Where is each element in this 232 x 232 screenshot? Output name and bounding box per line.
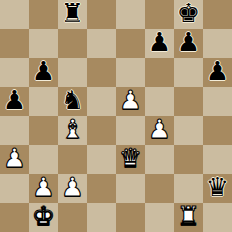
square-a3[interactable]: ♟ xyxy=(0,145,29,174)
square-d4[interactable] xyxy=(87,116,116,145)
square-e4[interactable] xyxy=(116,116,145,145)
piece-black-king-g8: ♚ xyxy=(177,0,200,28)
square-h8[interactable] xyxy=(203,0,232,29)
square-c4[interactable]: ♝ xyxy=(58,116,87,145)
square-c6[interactable] xyxy=(58,58,87,87)
piece-black-pawn-b6: ♟ xyxy=(32,57,55,86)
square-e2[interactable] xyxy=(116,174,145,203)
chess-board: ♜♚♟♟♟♟♟♞♟♝♟♟♛♟♟♛♚♜ xyxy=(0,0,232,232)
square-e5[interactable]: ♟ xyxy=(116,87,145,116)
square-f3[interactable] xyxy=(145,145,174,174)
piece-black-rook-c8: ♜ xyxy=(61,0,84,28)
square-a5[interactable]: ♟ xyxy=(0,87,29,116)
square-f2[interactable] xyxy=(145,174,174,203)
square-h5[interactable] xyxy=(203,87,232,116)
square-a6[interactable] xyxy=(0,58,29,87)
piece-white-rook-g1: ♜ xyxy=(177,202,200,231)
piece-white-pawn-b2: ♟ xyxy=(32,173,55,202)
square-g2[interactable] xyxy=(174,174,203,203)
square-b5[interactable] xyxy=(29,87,58,116)
square-e3[interactable]: ♛ xyxy=(116,145,145,174)
square-a1[interactable] xyxy=(0,203,29,232)
square-a8[interactable] xyxy=(0,0,29,29)
square-d5[interactable] xyxy=(87,87,116,116)
square-a7[interactable] xyxy=(0,29,29,58)
piece-black-pawn-g7: ♟ xyxy=(177,28,200,57)
square-b1[interactable]: ♚ xyxy=(29,203,58,232)
square-d3[interactable] xyxy=(87,145,116,174)
square-a4[interactable] xyxy=(0,116,29,145)
square-d2[interactable] xyxy=(87,174,116,203)
square-b6[interactable]: ♟ xyxy=(29,58,58,87)
square-c7[interactable] xyxy=(58,29,87,58)
square-h1[interactable] xyxy=(203,203,232,232)
square-h6[interactable]: ♟ xyxy=(203,58,232,87)
square-g8[interactable]: ♚ xyxy=(174,0,203,29)
square-d6[interactable] xyxy=(87,58,116,87)
square-b3[interactable] xyxy=(29,145,58,174)
square-h3[interactable] xyxy=(203,145,232,174)
piece-white-king-b1: ♚ xyxy=(32,202,55,231)
square-e7[interactable] xyxy=(116,29,145,58)
square-f6[interactable] xyxy=(145,58,174,87)
square-f1[interactable] xyxy=(145,203,174,232)
square-e1[interactable] xyxy=(116,203,145,232)
square-c3[interactable] xyxy=(58,145,87,174)
square-c8[interactable]: ♜ xyxy=(58,0,87,29)
square-c1[interactable] xyxy=(58,203,87,232)
piece-white-pawn-a3: ♟ xyxy=(3,144,26,173)
piece-black-queen-h2: ♛ xyxy=(206,173,229,202)
square-d7[interactable] xyxy=(87,29,116,58)
square-g1[interactable]: ♜ xyxy=(174,203,203,232)
square-h7[interactable] xyxy=(203,29,232,58)
piece-black-pawn-f7: ♟ xyxy=(148,28,171,57)
square-f5[interactable] xyxy=(145,87,174,116)
piece-white-pawn-e5: ♟ xyxy=(119,86,142,115)
piece-black-knight-c5: ♞ xyxy=(61,86,84,115)
square-a2[interactable] xyxy=(0,174,29,203)
square-c5[interactable]: ♞ xyxy=(58,87,87,116)
piece-white-queen-e3: ♛ xyxy=(119,144,142,173)
square-f8[interactable] xyxy=(145,0,174,29)
square-e8[interactable] xyxy=(116,0,145,29)
square-b7[interactable] xyxy=(29,29,58,58)
square-b8[interactable] xyxy=(29,0,58,29)
square-b4[interactable] xyxy=(29,116,58,145)
square-b2[interactable]: ♟ xyxy=(29,174,58,203)
square-d1[interactable] xyxy=(87,203,116,232)
square-g3[interactable] xyxy=(174,145,203,174)
square-g6[interactable] xyxy=(174,58,203,87)
square-g5[interactable] xyxy=(174,87,203,116)
square-e6[interactable] xyxy=(116,58,145,87)
square-h4[interactable] xyxy=(203,116,232,145)
square-f7[interactable]: ♟ xyxy=(145,29,174,58)
square-g7[interactable]: ♟ xyxy=(174,29,203,58)
square-g4[interactable] xyxy=(174,116,203,145)
piece-white-pawn-f4: ♟ xyxy=(148,115,171,144)
piece-white-pawn-c2: ♟ xyxy=(61,173,84,202)
square-h2[interactable]: ♛ xyxy=(203,174,232,203)
piece-white-bishop-c4: ♝ xyxy=(61,115,84,144)
square-d8[interactable] xyxy=(87,0,116,29)
piece-black-pawn-h6: ♟ xyxy=(206,57,229,86)
piece-black-pawn-a5: ♟ xyxy=(3,86,26,115)
square-c2[interactable]: ♟ xyxy=(58,174,87,203)
square-f4[interactable]: ♟ xyxy=(145,116,174,145)
